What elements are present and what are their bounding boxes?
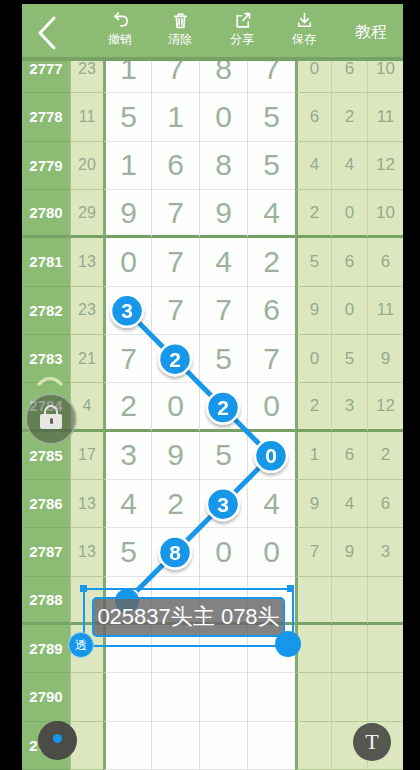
stat-cell: 0	[295, 335, 331, 383]
digit-cell[interactable]	[247, 722, 295, 770]
stat-cell: 0	[331, 287, 367, 335]
stat-cell: 3	[367, 528, 403, 576]
digit-cell[interactable]: 0	[151, 383, 199, 431]
digit-cell[interactable]	[247, 673, 295, 721]
back-chevron-icon	[30, 12, 66, 52]
digit-cell[interactable]	[103, 722, 151, 770]
stat-cell: 0	[331, 190, 367, 238]
digit-cell[interactable]: 6	[247, 287, 295, 335]
stat-cell	[367, 577, 403, 625]
pen-color-dot-icon	[53, 734, 62, 743]
digit-cell[interactable]	[103, 673, 151, 721]
digit-cell[interactable]: 7	[103, 335, 151, 383]
stat-cell: 12	[367, 383, 403, 431]
grid-row: 278613424946	[22, 480, 403, 528]
digit-cell[interactable]: 9	[151, 432, 199, 480]
issue-cell: 2782	[22, 287, 70, 335]
stat-cell: 4	[331, 142, 367, 190]
sum-cell: 29	[70, 190, 103, 238]
stat-cell: 11	[367, 287, 403, 335]
share-label: 分享	[230, 32, 254, 46]
sum-cell	[70, 673, 103, 721]
issue-cell: 2790	[22, 673, 70, 721]
opacity-badge[interactable]: 透	[68, 632, 94, 658]
stat-cell: 9	[295, 287, 331, 335]
stat-cell: 6	[331, 432, 367, 480]
stat-cell: 6	[367, 480, 403, 528]
digit-cell[interactable]: 1	[151, 93, 199, 141]
share-icon	[232, 10, 253, 31]
digit-cell[interactable]: 8	[199, 142, 247, 190]
digit-cell[interactable]	[151, 673, 199, 721]
sum-cell: 23	[70, 287, 103, 335]
issue-cell: 2786	[22, 480, 70, 528]
annotation-text: 025837头主 078头	[97, 602, 279, 632]
grid-row: 278517395162	[22, 432, 403, 480]
digit-cell[interactable]: 0	[199, 528, 247, 576]
grid-row: 27781151056211	[22, 93, 403, 141]
undo-button[interactable]: 撤销	[92, 10, 148, 46]
stat-cell: 2	[295, 190, 331, 238]
digit-cell[interactable]: 0	[247, 528, 295, 576]
stat-cell	[295, 722, 331, 770]
stat-cell: 2	[295, 383, 331, 431]
sum-cell: 20	[70, 142, 103, 190]
digit-cell[interactable]	[199, 480, 247, 528]
grid-row: 27802997942010	[22, 190, 403, 238]
stat-cell	[331, 625, 367, 673]
stat-cell: 9	[331, 528, 367, 576]
issue-cell: 2789	[22, 625, 70, 673]
annotation-textbox[interactable]: 025837头主 078头	[92, 597, 285, 637]
stat-cell: 9	[295, 480, 331, 528]
stat-cell	[295, 673, 331, 721]
digit-cell[interactable]: 7	[151, 238, 199, 286]
digit-cell[interactable]	[103, 287, 151, 335]
grid-row: 278713500793	[22, 528, 403, 576]
selection-handle-top-right[interactable]	[287, 585, 294, 592]
resize-handle[interactable]	[275, 631, 301, 657]
save-icon	[294, 10, 315, 31]
stat-cell: 2	[367, 432, 403, 480]
stat-cell	[367, 673, 403, 721]
digit-cell[interactable]: 5	[103, 528, 151, 576]
stat-cell: 4	[295, 142, 331, 190]
lock-button[interactable]	[25, 393, 77, 445]
digit-cell[interactable]: 0	[103, 238, 151, 286]
stat-cell: 12	[367, 142, 403, 190]
issue-cell: 2788	[22, 577, 70, 625]
stat-cell: 2	[331, 93, 367, 141]
digit-cell[interactable]	[151, 528, 199, 576]
stat-cell: 6	[331, 238, 367, 286]
grid-row: 278321757059	[22, 335, 403, 383]
digit-cell[interactable]: 7	[151, 190, 199, 238]
issue-cell: 2787	[22, 528, 70, 576]
digit-cell[interactable]: 1	[103, 142, 151, 190]
digit-cell[interactable]: 7	[199, 287, 247, 335]
digit-cell[interactable]	[199, 673, 247, 721]
grid-row: 2781130742566	[22, 238, 403, 286]
digit-cell[interactable]: 2	[151, 480, 199, 528]
issue-cell: 2781	[22, 238, 70, 286]
digit-cell[interactable]: 4	[199, 238, 247, 286]
digit-cell[interactable]: 5	[103, 93, 151, 141]
trend-grid[interactable]: 2777231787061027781151056211277920168544…	[22, 45, 403, 770]
stat-cell: 5	[331, 335, 367, 383]
digit-cell[interactable]: 0	[247, 383, 295, 431]
grid-row: 2791	[22, 722, 403, 770]
clear-button[interactable]: 清除	[152, 10, 208, 46]
stat-cell	[331, 577, 367, 625]
digit-cell[interactable]: 4	[247, 480, 295, 528]
sum-cell: 13	[70, 480, 103, 528]
stat-cell: 11	[367, 93, 403, 141]
digit-cell[interactable]	[151, 722, 199, 770]
digit-cell[interactable]: 3	[103, 432, 151, 480]
grid-row: 2790	[22, 673, 403, 721]
issue-cell: 2778	[22, 93, 70, 141]
grid-row: 278442002312	[22, 383, 403, 431]
collapse-chevron-icon[interactable]	[36, 372, 64, 390]
digit-cell[interactable]: 5	[247, 93, 295, 141]
digit-cell[interactable]: 7	[151, 287, 199, 335]
toolbar: 撤销 清除 分享 保存 教程	[22, 4, 403, 57]
grid-row: 27792016854412	[22, 142, 403, 190]
stat-cell	[295, 577, 331, 625]
stat-cell	[331, 673, 367, 721]
text-tool-button[interactable]: T	[353, 723, 391, 761]
digit-cell[interactable]: 5	[247, 142, 295, 190]
undo-label: 撤销	[108, 32, 132, 46]
tutorial-button[interactable]: 教程	[355, 22, 387, 43]
stat-cell: 6	[295, 93, 331, 141]
pen-tool-button[interactable]	[38, 721, 77, 760]
trash-icon	[170, 10, 191, 31]
stat-cell	[367, 625, 403, 673]
issue-cell: 2780	[22, 190, 70, 238]
stat-cell: 7	[295, 528, 331, 576]
grid-row: 2782237769011	[22, 287, 403, 335]
digit-cell[interactable]: 6	[151, 142, 199, 190]
digit-cell[interactable]: 9	[103, 190, 151, 238]
sum-cell: 21	[70, 335, 103, 383]
clear-label: 清除	[168, 32, 192, 46]
digit-cell[interactable]: 5	[199, 432, 247, 480]
digit-cell[interactable]: 4	[247, 190, 295, 238]
digit-cell[interactable]	[151, 335, 199, 383]
sum-cell: 17	[70, 432, 103, 480]
save-button[interactable]: 保存	[276, 10, 332, 46]
sum-cell: 11	[70, 93, 103, 141]
stat-cell: 3	[331, 383, 367, 431]
digit-cell[interactable]: 2	[103, 383, 151, 431]
sum-cell: 13	[70, 238, 103, 286]
digit-cell[interactable]: 2	[247, 238, 295, 286]
digit-cell[interactable]	[247, 432, 295, 480]
stat-cell: 9	[367, 335, 403, 383]
undo-icon	[110, 10, 131, 31]
stat-cell: 10	[367, 190, 403, 238]
stat-cell: 1	[295, 432, 331, 480]
digit-cell[interactable]: 5	[199, 335, 247, 383]
stat-cell	[295, 625, 331, 673]
save-label: 保存	[292, 32, 316, 46]
digit-cell[interactable]: 7	[247, 335, 295, 383]
issue-cell: 2779	[22, 142, 70, 190]
stat-cell: 4	[331, 480, 367, 528]
digit-cell[interactable]: 9	[199, 190, 247, 238]
stat-cell: 5	[295, 238, 331, 286]
digit-cell[interactable]	[199, 383, 247, 431]
selection-handle-top-left[interactable]	[80, 585, 87, 592]
sum-cell: 13	[70, 528, 103, 576]
stat-cell: 6	[367, 238, 403, 286]
digit-cell[interactable]: 4	[103, 480, 151, 528]
back-button[interactable]	[30, 12, 66, 52]
share-button[interactable]: 分享	[214, 10, 270, 46]
digit-cell[interactable]: 0	[199, 93, 247, 141]
digit-cell[interactable]	[199, 722, 247, 770]
